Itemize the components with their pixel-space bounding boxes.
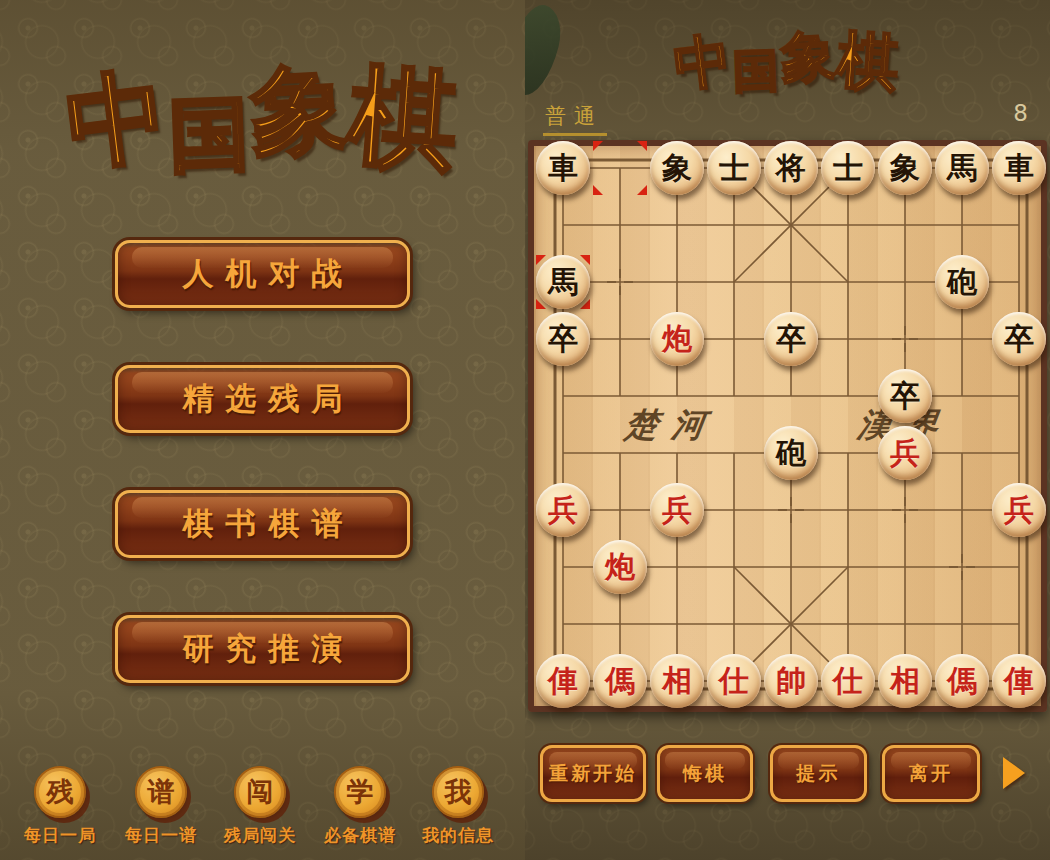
- chess-piece-icon: 闯: [234, 766, 286, 818]
- menu-button-chess-books[interactable]: 棋书棋谱: [115, 490, 410, 558]
- star-point-marker: [892, 497, 918, 523]
- menu-button-endgames[interactable]: 精选残局: [115, 365, 410, 433]
- shortcut-my-info[interactable]: 我 我的信息: [398, 766, 518, 847]
- action-button-leave[interactable]: 离开: [882, 745, 980, 802]
- chess-piece-icon: 我: [432, 766, 484, 818]
- action-button-label: 提示: [797, 761, 841, 787]
- xiangqi-piece[interactable]: 車: [992, 141, 1046, 195]
- xiangqi-piece[interactable]: 士: [707, 141, 761, 195]
- xiangqi-board[interactable]: 楚河 漢界 車象士将士象馬車馬砲卒炮卒卒卒砲兵兵兵兵炮俥傌相仕帥仕相傌俥: [528, 140, 1047, 712]
- xiangqi-piece[interactable]: 仕: [707, 654, 761, 708]
- xiangqi-piece[interactable]: 砲: [935, 255, 989, 309]
- xiangqi-piece[interactable]: 士: [821, 141, 875, 195]
- action-button-restart[interactable]: 重新开始: [540, 745, 646, 802]
- difficulty-label: 普通: [543, 102, 607, 136]
- xiangqi-piece[interactable]: 兵: [878, 426, 932, 480]
- logo-char: 棋: [344, 43, 464, 196]
- menu-button-label: 精选残局: [171, 378, 355, 420]
- logo-char: 国: [732, 40, 782, 104]
- xiangqi-piece[interactable]: 卒: [878, 369, 932, 423]
- logo-char: 棋: [835, 18, 904, 105]
- xiangqi-piece[interactable]: 炮: [593, 540, 647, 594]
- logo-char: 中: [59, 48, 177, 194]
- xiangqi-piece[interactable]: 仕: [821, 654, 875, 708]
- menu-button-human-vs-ai[interactable]: 人机对战: [115, 240, 410, 308]
- xiangqi-piece[interactable]: 兵: [992, 483, 1046, 537]
- logo-char: 象: [247, 45, 352, 180]
- action-button-label: 重新开始: [549, 761, 637, 787]
- action-button-hint[interactable]: 提示: [770, 745, 867, 802]
- next-arrow-icon[interactable]: [1003, 757, 1025, 789]
- logo-char: 象: [779, 19, 840, 96]
- chess-piece-icon: 学: [334, 766, 386, 818]
- xiangqi-piece[interactable]: 傌: [593, 654, 647, 708]
- logo-char: 国: [167, 81, 253, 192]
- xiangqi-piece[interactable]: 俥: [536, 654, 590, 708]
- action-button-label: 离开: [909, 761, 953, 787]
- xiangqi-piece[interactable]: 卒: [764, 312, 818, 366]
- river-label-left: 楚河: [622, 403, 722, 448]
- level-badge: 8: [1013, 100, 1028, 126]
- xiangqi-piece[interactable]: 傌: [935, 654, 989, 708]
- xiangqi-piece[interactable]: 車: [536, 141, 590, 195]
- xiangqi-piece[interactable]: 砲: [764, 426, 818, 480]
- star-point-marker: [892, 326, 918, 352]
- last-move-marker: [591, 139, 649, 197]
- app-logo: 中国象棋: [0, 42, 525, 188]
- chess-piece-icon: 残: [34, 766, 86, 818]
- xiangqi-piece[interactable]: 将: [764, 141, 818, 195]
- action-button-label: 悔棋: [683, 761, 727, 787]
- xiangqi-piece[interactable]: 馬: [536, 255, 590, 309]
- xiangqi-piece[interactable]: 炮: [650, 312, 704, 366]
- xiangqi-piece[interactable]: 帥: [764, 654, 818, 708]
- action-button-undo[interactable]: 悔棋: [657, 745, 753, 802]
- xiangqi-piece[interactable]: 馬: [935, 141, 989, 195]
- xiangqi-piece[interactable]: 兵: [536, 483, 590, 537]
- xiangqi-piece[interactable]: 象: [878, 141, 932, 195]
- xiangqi-piece[interactable]: 兵: [650, 483, 704, 537]
- chess-piece-icon: 谱: [135, 766, 187, 818]
- xiangqi-piece[interactable]: 卒: [536, 312, 590, 366]
- star-point-marker: [778, 497, 804, 523]
- menu-button-label: 研究推演: [171, 628, 355, 670]
- game-logo: 中国象棋: [525, 18, 1050, 101]
- logo-char: 中: [670, 21, 738, 105]
- main-menu-panel: 中国象棋 人机对战 精选残局 棋书棋谱 研究推演 残 每日一局 谱 每日一谱 闯…: [0, 0, 525, 860]
- xiangqi-piece[interactable]: 相: [878, 654, 932, 708]
- menu-button-label: 人机对战: [171, 253, 355, 295]
- xiangqi-piece[interactable]: 相: [650, 654, 704, 708]
- star-point-marker: [949, 554, 975, 580]
- xiangqi-piece[interactable]: 象: [650, 141, 704, 195]
- xiangqi-piece[interactable]: 俥: [992, 654, 1046, 708]
- shortcut-label: 我的信息: [398, 824, 518, 847]
- star-point-marker: [607, 269, 633, 295]
- menu-button-label: 棋书棋谱: [171, 503, 355, 545]
- game-screen-panel: 中国象棋 普通 8: [525, 0, 1050, 860]
- xiangqi-piece[interactable]: 卒: [992, 312, 1046, 366]
- menu-button-research[interactable]: 研究推演: [115, 615, 410, 683]
